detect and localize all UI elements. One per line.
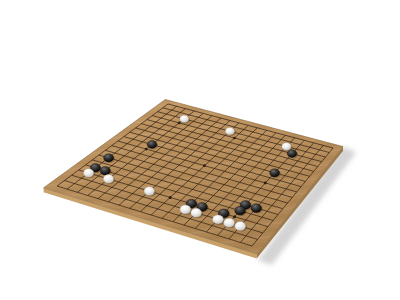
white-stone[interactable] [224,218,235,227]
black-stone[interactable] [251,204,262,213]
go-board[interactable] [0,0,400,300]
white-stone[interactable] [213,215,224,224]
white-stone[interactable] [103,175,113,184]
black-stone[interactable] [100,166,110,174]
star-point [178,122,181,125]
black-stone[interactable] [270,169,280,177]
white-stone[interactable] [144,187,155,196]
white-stone[interactable] [83,169,93,178]
go-board-scene [0,0,400,300]
white-stone[interactable] [225,127,234,135]
star-point [233,137,236,140]
black-stone[interactable] [235,206,246,215]
star-point [169,196,172,199]
black-stone[interactable] [287,150,297,158]
white-stone[interactable] [191,208,202,217]
black-stone[interactable] [104,154,114,162]
star-point [145,148,148,151]
star-point [264,182,267,185]
white-stone[interactable] [282,143,291,151]
star-point [203,164,206,167]
black-stone[interactable] [147,141,157,149]
star-point [233,215,236,218]
white-stone[interactable] [235,222,246,231]
white-stone[interactable] [180,205,191,214]
white-stone[interactable] [180,115,189,122]
